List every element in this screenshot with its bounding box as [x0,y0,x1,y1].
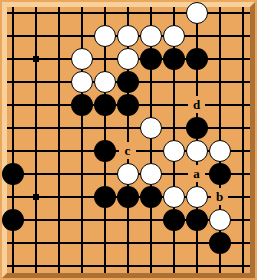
white-stone [117,25,139,47]
black-stone [94,140,116,162]
black-stone [94,186,116,208]
black-stone [209,163,231,185]
white-stone [163,140,185,162]
white-stone [186,186,208,208]
star-point [33,194,39,200]
go-board-diagram: abcd [0,0,257,280]
grid-vertical-line [12,7,14,273]
grid-vertical-line [127,7,129,273]
white-stone [140,117,162,139]
grid-vertical-line [242,7,244,273]
label-a: a [188,165,205,182]
star-point [33,56,39,62]
white-stone [71,48,93,70]
black-stone [71,94,93,116]
grid-horizontal-line [7,265,250,267]
black-stone [2,209,24,231]
grid-vertical-line [58,7,60,273]
white-stone [94,71,116,93]
white-stone [117,48,139,70]
black-stone [186,117,208,139]
white-stone [186,2,208,24]
white-stone [163,25,185,47]
label-b: b [211,188,228,205]
black-stone [163,209,185,231]
grid-vertical-line [81,7,83,273]
black-stone [117,71,139,93]
white-stone [186,140,208,162]
black-stone [140,48,162,70]
board-frame: abcd [2,2,255,278]
label-d: d [188,96,205,113]
black-stone [163,48,185,70]
white-stone [140,25,162,47]
black-stone [117,186,139,208]
white-stone [163,186,185,208]
black-stone [140,186,162,208]
black-stone [186,209,208,231]
grid-vertical-line [35,7,37,273]
grid-horizontal-line [7,12,250,14]
black-stone [2,163,24,185]
white-stone [117,163,139,185]
black-stone [209,232,231,254]
white-stone [140,163,162,185]
black-stone [186,48,208,70]
grid-vertical-line [150,7,152,273]
white-stone [94,25,116,47]
go-board: abcd [7,7,250,273]
white-stone [209,140,231,162]
white-stone [209,209,231,231]
grid-horizontal-line [7,127,250,129]
black-stone [94,94,116,116]
label-c: c [119,142,136,159]
white-stone [71,71,93,93]
black-stone [117,94,139,116]
